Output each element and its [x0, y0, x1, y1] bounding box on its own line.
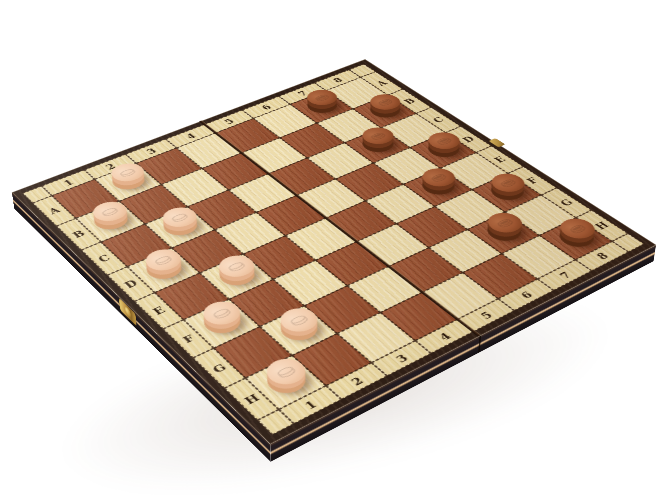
checker-glyph: ⛀	[223, 258, 250, 275]
checker-glyph: ⛀	[166, 210, 191, 225]
checker-glyph: ⛀	[271, 361, 300, 381]
checker-glyph: ⛀	[284, 311, 312, 329]
scene: 1122334455667788AABBCCDDEEFFGGHH⛀⛀⛀⛀⛀⛀⛀⛀…	[0, 0, 660, 495]
checker-glyph: ⛀	[150, 252, 176, 269]
checker-glyph: ⛂	[495, 176, 520, 190]
checker-glyph: ⛂	[310, 91, 333, 103]
checkers-board: 1122334455667788AABBCCDDEEFFGGHH⛀⛀⛀⛀⛀⛀⛀⛀…	[12, 59, 656, 444]
checker-glyph: ⛂	[426, 170, 451, 184]
checker-glyph: ⛂	[365, 129, 389, 142]
checker-glyph: ⛀	[97, 204, 122, 219]
board-wrap: 1122334455667788AABBCCDDEEFFGGHH⛀⛀⛀⛀⛀⛀⛀⛀…	[0, 0, 660, 495]
checker-glyph: ⛀	[207, 304, 235, 322]
checker-glyph: ⛂	[431, 134, 455, 147]
checker-glyph: ⛂	[373, 96, 396, 108]
checker-glyph: ⛂	[563, 221, 590, 237]
checker-glyph: ⛂	[491, 215, 517, 230]
clasp-knob	[125, 305, 132, 319]
board-frame: 1122334455667788AABBCCDDEEFFGGHH⛀⛀⛀⛀⛀⛀⛀⛀…	[22, 64, 644, 435]
checker-glyph: ⛀	[115, 165, 139, 179]
